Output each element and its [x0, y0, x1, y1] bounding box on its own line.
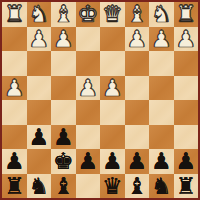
square-b2[interactable]: ♟ — [149, 27, 174, 52]
square-h4[interactable]: ♟ — [2, 76, 27, 101]
piece-black-pawn-a7[interactable]: ♟ — [175, 149, 196, 173]
piece-white-pawn-a2[interactable]: ♟ — [175, 27, 196, 51]
piece-black-pawn-b7[interactable]: ♟ — [151, 149, 172, 173]
square-e6[interactable] — [76, 125, 101, 150]
square-b5[interactable] — [149, 100, 174, 125]
square-a7[interactable]: ♟ — [174, 149, 199, 174]
piece-white-pawn-b2[interactable]: ♟ — [151, 27, 172, 51]
piece-white-knight-b1[interactable]: ♞ — [151, 2, 172, 26]
piece-black-knight-b8[interactable]: ♞ — [151, 174, 172, 198]
square-b4[interactable] — [149, 76, 174, 101]
square-e4[interactable]: ♟ — [76, 76, 101, 101]
square-b3[interactable] — [149, 51, 174, 76]
piece-white-pawn-f2[interactable]: ♟ — [53, 27, 74, 51]
piece-white-knight-g1[interactable]: ♞ — [28, 2, 49, 26]
square-c7[interactable]: ♟ — [125, 149, 150, 174]
square-d6[interactable] — [100, 125, 125, 150]
square-g2[interactable]: ♟ — [27, 27, 52, 52]
piece-black-bishop-f8[interactable]: ♝ — [53, 174, 74, 198]
piece-white-queen-d1[interactable]: ♛ — [102, 2, 123, 26]
square-c8[interactable]: ♝ — [125, 174, 150, 199]
square-g4[interactable] — [27, 76, 52, 101]
square-g3[interactable] — [27, 51, 52, 76]
square-b1[interactable]: ♞ — [149, 2, 174, 27]
piece-white-bishop-c1[interactable]: ♝ — [126, 2, 147, 26]
square-h8[interactable]: ♜ — [2, 174, 27, 199]
square-f2[interactable]: ♟ — [51, 27, 76, 52]
square-h2[interactable] — [2, 27, 27, 52]
square-g1[interactable]: ♞ — [27, 2, 52, 27]
square-h5[interactable] — [2, 100, 27, 125]
piece-black-pawn-g6[interactable]: ♟ — [28, 125, 49, 149]
square-e3[interactable] — [76, 51, 101, 76]
piece-black-king-f7[interactable]: ♚ — [53, 149, 74, 173]
square-h1[interactable]: ♜ — [2, 2, 27, 27]
square-h7[interactable]: ♟ — [2, 149, 27, 174]
square-c3[interactable] — [125, 51, 150, 76]
square-a3[interactable] — [174, 51, 199, 76]
piece-black-pawn-c7[interactable]: ♟ — [126, 149, 147, 173]
square-e5[interactable] — [76, 100, 101, 125]
square-b8[interactable]: ♞ — [149, 174, 174, 199]
square-c4[interactable] — [125, 76, 150, 101]
square-d4[interactable]: ♟ — [100, 76, 125, 101]
square-d8[interactable]: ♛ — [100, 174, 125, 199]
piece-black-queen-d8[interactable]: ♛ — [102, 174, 123, 198]
square-a2[interactable]: ♟ — [174, 27, 199, 52]
square-f3[interactable] — [51, 51, 76, 76]
chess-diagram: ♜♞♝♚♛♝♞♜♟♟♟♟♟♟♟♟♟♟♟♚♟♟♟♟♟♜♞♝♛♝♞♜ — [0, 0, 200, 200]
square-d3[interactable] — [100, 51, 125, 76]
piece-white-pawn-d4[interactable]: ♟ — [102, 76, 123, 100]
square-d5[interactable] — [100, 100, 125, 125]
piece-black-bishop-c8[interactable]: ♝ — [126, 174, 147, 198]
square-c5[interactable] — [125, 100, 150, 125]
square-a4[interactable] — [174, 76, 199, 101]
square-d1[interactable]: ♛ — [100, 2, 125, 27]
square-g6[interactable]: ♟ — [27, 125, 52, 150]
piece-black-pawn-e7[interactable]: ♟ — [77, 149, 98, 173]
piece-white-pawn-c2[interactable]: ♟ — [126, 27, 147, 51]
square-g5[interactable] — [27, 100, 52, 125]
square-f6[interactable]: ♟ — [51, 125, 76, 150]
square-a5[interactable] — [174, 100, 199, 125]
square-a8[interactable]: ♜ — [174, 174, 199, 199]
piece-white-bishop-f1[interactable]: ♝ — [53, 2, 74, 26]
piece-black-pawn-f6[interactable]: ♟ — [53, 125, 74, 149]
piece-white-king-e1[interactable]: ♚ — [77, 2, 98, 26]
square-f5[interactable] — [51, 100, 76, 125]
piece-black-pawn-d7[interactable]: ♟ — [102, 149, 123, 173]
chess-board: ♜♞♝♚♛♝♞♜♟♟♟♟♟♟♟♟♟♟♟♚♟♟♟♟♟♜♞♝♛♝♞♜ — [2, 2, 198, 198]
piece-white-pawn-h4[interactable]: ♟ — [4, 76, 25, 100]
square-c2[interactable]: ♟ — [125, 27, 150, 52]
square-g7[interactable] — [27, 149, 52, 174]
piece-white-rook-a1[interactable]: ♜ — [175, 2, 196, 26]
piece-white-pawn-e4[interactable]: ♟ — [77, 76, 98, 100]
piece-white-rook-h1[interactable]: ♜ — [4, 2, 25, 26]
square-g8[interactable]: ♞ — [27, 174, 52, 199]
square-d7[interactable]: ♟ — [100, 149, 125, 174]
square-a6[interactable] — [174, 125, 199, 150]
square-h3[interactable] — [2, 51, 27, 76]
board-border: ♜♞♝♚♛♝♞♜♟♟♟♟♟♟♟♟♟♟♟♚♟♟♟♟♟♜♞♝♛♝♞♜ — [0, 0, 200, 200]
square-e8[interactable] — [76, 174, 101, 199]
square-b7[interactable]: ♟ — [149, 149, 174, 174]
piece-black-pawn-h7[interactable]: ♟ — [4, 149, 25, 173]
square-b6[interactable] — [149, 125, 174, 150]
square-e1[interactable]: ♚ — [76, 2, 101, 27]
square-e2[interactable] — [76, 27, 101, 52]
square-f7[interactable]: ♚ — [51, 149, 76, 174]
square-d2[interactable] — [100, 27, 125, 52]
square-a1[interactable]: ♜ — [174, 2, 199, 27]
square-e7[interactable]: ♟ — [76, 149, 101, 174]
square-h6[interactable] — [2, 125, 27, 150]
piece-black-knight-g8[interactable]: ♞ — [28, 174, 49, 198]
square-c1[interactable]: ♝ — [125, 2, 150, 27]
square-f1[interactable]: ♝ — [51, 2, 76, 27]
piece-black-rook-a8[interactable]: ♜ — [175, 174, 196, 198]
piece-white-pawn-g2[interactable]: ♟ — [28, 27, 49, 51]
square-f8[interactable]: ♝ — [51, 174, 76, 199]
square-c6[interactable] — [125, 125, 150, 150]
piece-black-rook-h8[interactable]: ♜ — [4, 174, 25, 198]
square-f4[interactable] — [51, 76, 76, 101]
